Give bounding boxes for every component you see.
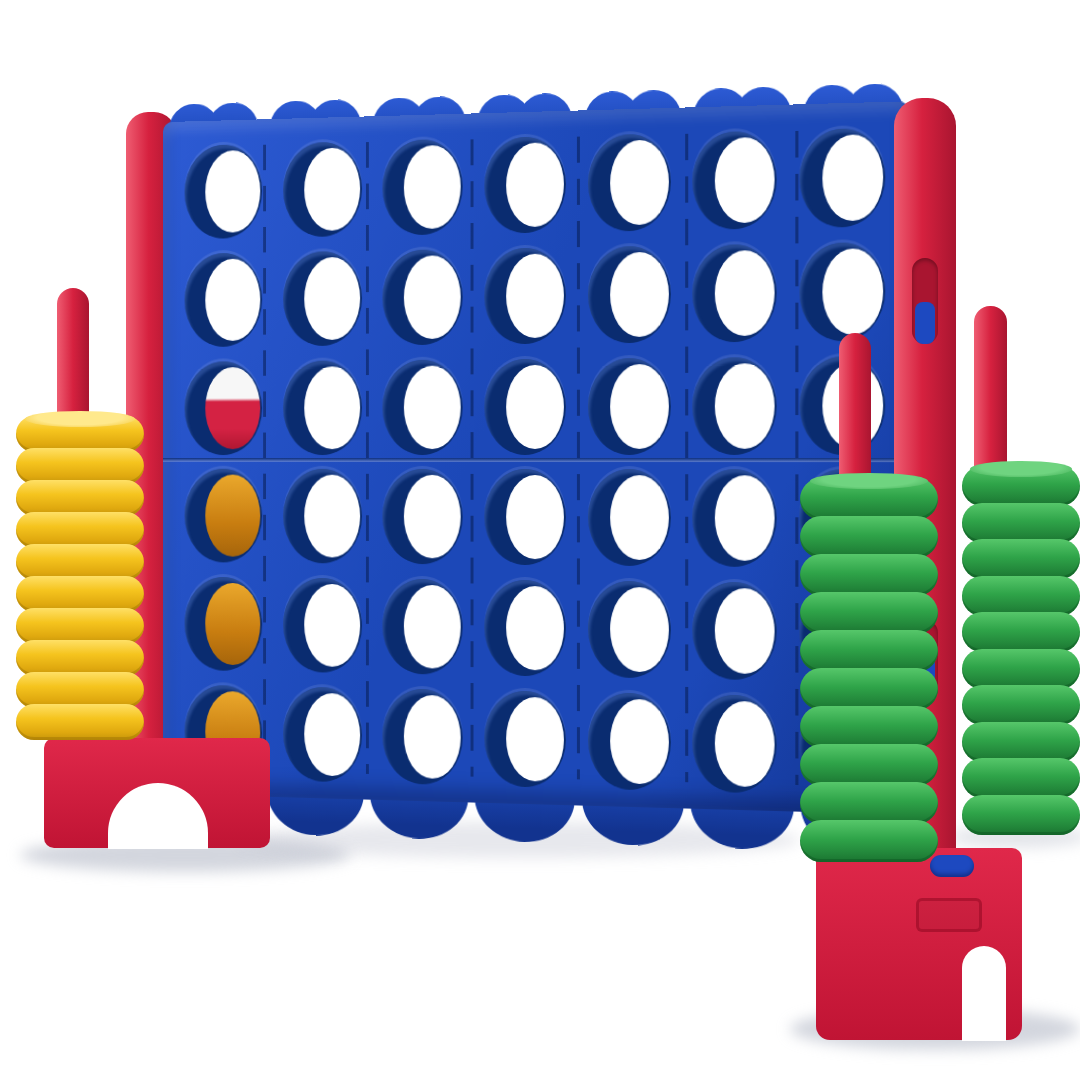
hole-opening (404, 365, 461, 449)
hole-opening (404, 694, 461, 779)
yellow-disc[interactable] (16, 672, 144, 708)
hole-opening (506, 142, 564, 227)
hole-opening (304, 366, 360, 449)
disc-rod-right-front[interactable] (839, 333, 871, 488)
hole-opening (304, 257, 360, 340)
left-leg-base (44, 738, 270, 848)
hole-opening (715, 588, 775, 674)
board-cell[interactable] (184, 252, 262, 347)
hole-opening (304, 692, 360, 776)
green-disc[interactable] (800, 668, 938, 710)
board-cell[interactable] (383, 688, 463, 785)
hole-opening (404, 255, 461, 339)
disc-rod-left[interactable] (57, 288, 89, 428)
green-disc[interactable] (800, 592, 938, 634)
hole-opening (715, 700, 775, 787)
hole-opening (715, 250, 775, 336)
connect-four-board (163, 101, 910, 815)
hole-opening (404, 585, 461, 669)
board-cell[interactable] (383, 579, 463, 675)
board-cell[interactable] (484, 247, 566, 344)
hole-opening (506, 364, 564, 448)
board-cell[interactable] (800, 242, 886, 342)
hole-opening (715, 476, 775, 562)
hole-opening (715, 137, 775, 224)
right-leg-base (816, 848, 1022, 1040)
yellow-disc[interactable] (16, 640, 144, 676)
hole-opening (715, 363, 775, 449)
green-disc[interactable] (962, 758, 1080, 798)
yellow-disc[interactable] (16, 544, 144, 580)
board-cell[interactable] (588, 134, 671, 233)
hole-opening (823, 134, 884, 222)
yellow-disc[interactable] (16, 512, 144, 548)
board-cell[interactable] (383, 249, 463, 345)
right-leg-arch (962, 946, 1006, 1041)
hole-opening (304, 475, 360, 558)
board-cell[interactable] (693, 131, 777, 230)
board-cell[interactable] (184, 577, 262, 672)
hole-opening (506, 253, 564, 338)
hole-opening (205, 583, 260, 666)
hole-opening (610, 140, 669, 226)
board-cell[interactable] (283, 360, 362, 455)
green-disc[interactable] (962, 722, 1080, 762)
board-cell[interactable] (283, 686, 362, 782)
stack-top-surface (810, 473, 929, 489)
board-cell[interactable] (693, 694, 777, 794)
board-cell[interactable] (484, 580, 566, 677)
yellow-disc[interactable] (16, 480, 144, 516)
board-cell[interactable] (484, 690, 566, 788)
left-leg-arch (108, 783, 208, 849)
hole-opening (304, 584, 360, 667)
green-disc[interactable] (800, 782, 938, 824)
yellow-disc[interactable] (16, 704, 144, 740)
board-cell[interactable] (588, 692, 671, 791)
green-disc[interactable] (962, 539, 1080, 579)
hole-opening (610, 364, 669, 449)
stack-top-surface (970, 461, 1071, 477)
green-disc[interactable] (962, 612, 1080, 652)
hole-opening (610, 475, 669, 560)
green-disc[interactable] (800, 706, 938, 748)
latch-blue-tab-upper[interactable] (915, 302, 935, 344)
yellow-disc[interactable] (16, 576, 144, 612)
hole-opening (205, 367, 260, 449)
board-cell[interactable] (383, 469, 463, 565)
board-cell[interactable] (283, 578, 362, 674)
green-disc-stack-rear (962, 466, 1080, 841)
hole-opening (823, 248, 884, 335)
hole-opening (610, 587, 669, 673)
board-cell[interactable] (484, 136, 566, 234)
hole-opening (304, 148, 360, 232)
hole-opening (506, 696, 564, 781)
green-disc[interactable] (962, 649, 1080, 689)
board-cell[interactable] (693, 469, 777, 567)
board-cell[interactable] (484, 358, 566, 454)
green-disc-stack-front (800, 478, 938, 868)
green-disc[interactable] (962, 503, 1080, 543)
green-disc[interactable] (800, 516, 938, 558)
hole-opening (205, 258, 260, 341)
green-disc[interactable] (800, 630, 938, 672)
hole-opening (404, 145, 461, 230)
board-cell[interactable] (588, 581, 671, 679)
hole-opening (610, 252, 669, 338)
brand-emboss (916, 898, 982, 932)
green-disc[interactable] (962, 685, 1080, 725)
board-cell[interactable] (283, 251, 362, 346)
yellow-disc[interactable] (16, 608, 144, 644)
hole-opening (205, 475, 260, 557)
board-hole-grid (174, 120, 897, 804)
green-disc[interactable] (962, 576, 1080, 616)
board-cell[interactable] (588, 469, 671, 566)
hole-opening (506, 586, 564, 671)
board-cell[interactable] (184, 361, 262, 455)
disc-rod-right-rear[interactable] (974, 306, 1007, 476)
hole-opening (404, 475, 461, 559)
green-disc[interactable] (800, 744, 938, 786)
board-cell[interactable] (588, 246, 671, 344)
board-cell[interactable] (184, 469, 262, 563)
board-cell[interactable] (800, 128, 886, 228)
board-cell[interactable] (484, 469, 566, 565)
green-disc[interactable] (800, 820, 938, 862)
yellow-disc-stack (16, 416, 144, 746)
yellow-disc[interactable] (16, 448, 144, 484)
board-cell[interactable] (588, 357, 671, 454)
board-cell[interactable] (283, 142, 362, 238)
hole-opening (610, 698, 669, 784)
board-cell[interactable] (693, 582, 777, 681)
board-cell[interactable] (383, 139, 463, 236)
hole-opening (205, 150, 260, 233)
green-disc[interactable] (962, 795, 1080, 835)
stack-top-surface (25, 411, 135, 427)
hole-opening (506, 475, 564, 559)
board-cell[interactable] (283, 469, 362, 564)
green-disc[interactable] (800, 554, 938, 596)
board-cell[interactable] (693, 357, 777, 455)
board-cell[interactable] (383, 359, 463, 455)
board-cell[interactable] (693, 244, 777, 343)
scene (0, 0, 1080, 1080)
board-cell[interactable] (184, 144, 262, 239)
